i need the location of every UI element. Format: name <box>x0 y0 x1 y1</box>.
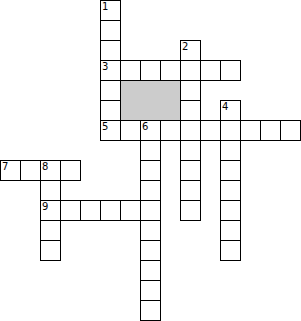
crossword-cell[interactable] <box>120 60 141 81</box>
crossword-cell[interactable] <box>180 80 201 101</box>
crossword-cell[interactable] <box>220 60 241 81</box>
crossword-cell[interactable] <box>200 60 221 81</box>
crossword-cell[interactable] <box>40 240 61 261</box>
crossword-cell[interactable] <box>80 200 101 221</box>
crossword-cell[interactable] <box>140 140 161 161</box>
crossword-cell[interactable] <box>240 120 261 141</box>
crossword-cell[interactable] <box>180 40 201 61</box>
crossword-cell[interactable] <box>120 200 141 221</box>
crossword-cell[interactable] <box>140 220 161 241</box>
crossword-cell[interactable] <box>40 200 61 221</box>
crossword-cell[interactable] <box>180 200 201 221</box>
crossword-cell[interactable] <box>40 220 61 241</box>
crossword-cell[interactable] <box>220 180 241 201</box>
crossword-cell[interactable] <box>260 120 281 141</box>
crossword-cell[interactable] <box>20 160 41 181</box>
crossword-cell[interactable] <box>0 160 21 181</box>
crossword-cell[interactable] <box>140 300 161 321</box>
crossword-cell[interactable] <box>220 140 241 161</box>
crossword-cell[interactable] <box>60 200 81 221</box>
crossword-cell[interactable] <box>40 160 61 181</box>
crossword-cell[interactable] <box>200 120 221 141</box>
crossword-cell[interactable] <box>180 120 201 141</box>
crossword-cell[interactable] <box>220 240 241 261</box>
crossword-cell[interactable] <box>100 120 121 141</box>
crossword-cell[interactable] <box>220 200 241 221</box>
crossword-cell[interactable] <box>140 240 161 261</box>
crossword-cell[interactable] <box>140 260 161 281</box>
crossword-cell[interactable] <box>180 100 201 121</box>
crossword-cell[interactable] <box>140 120 161 141</box>
crossword-cell[interactable] <box>140 160 161 181</box>
crossword-cell[interactable] <box>160 120 181 141</box>
crossword-cell[interactable] <box>140 180 161 201</box>
crossword-cell[interactable] <box>180 160 201 181</box>
blocked-cell <box>160 80 181 101</box>
blocked-cell <box>140 80 161 101</box>
crossword-board: 123456789 <box>0 0 301 321</box>
crossword-cell[interactable] <box>100 0 121 21</box>
blocked-cell <box>160 100 181 121</box>
crossword-cell[interactable] <box>100 40 121 61</box>
crossword-cell[interactable] <box>180 60 201 81</box>
crossword-cell[interactable] <box>100 20 121 41</box>
crossword-cell[interactable] <box>140 200 161 221</box>
crossword-cell[interactable] <box>220 220 241 241</box>
crossword-cell[interactable] <box>60 160 81 181</box>
blocked-cell <box>120 100 141 121</box>
crossword-cell[interactable] <box>220 100 241 121</box>
crossword-cell[interactable] <box>100 80 121 101</box>
blocked-cell <box>120 80 141 101</box>
crossword-cell[interactable] <box>180 140 201 161</box>
crossword-cell[interactable] <box>120 120 141 141</box>
crossword-cell[interactable] <box>160 60 181 81</box>
crossword-cell[interactable] <box>220 120 241 141</box>
crossword-cell[interactable] <box>100 100 121 121</box>
crossword-cell[interactable] <box>140 60 161 81</box>
crossword-cell[interactable] <box>100 200 121 221</box>
blocked-cell <box>140 100 161 121</box>
crossword-cell[interactable] <box>180 180 201 201</box>
crossword-cell[interactable] <box>220 160 241 181</box>
crossword-cell[interactable] <box>40 180 61 201</box>
crossword-cell[interactable] <box>100 60 121 81</box>
crossword-cell[interactable] <box>140 280 161 301</box>
crossword-cell[interactable] <box>280 120 301 141</box>
